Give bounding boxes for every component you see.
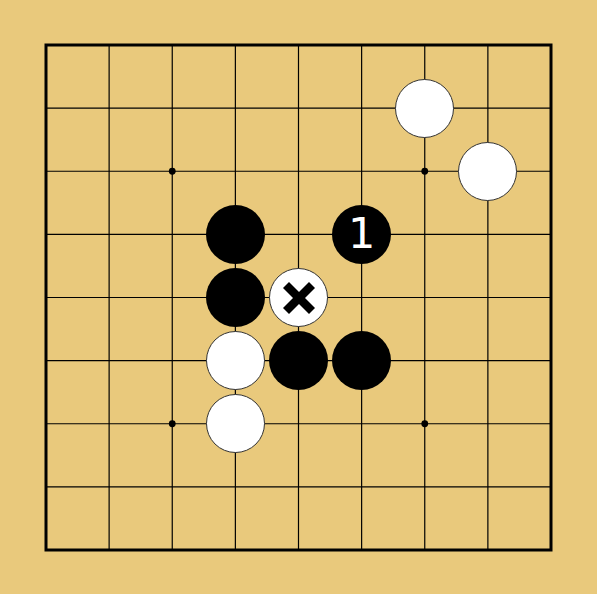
white-stone-x-marked[interactable] [269, 268, 328, 327]
black-stone-move-1[interactable]: 1 [332, 205, 391, 264]
move-number-label: 1 [348, 212, 375, 255]
white-stone[interactable] [395, 79, 454, 138]
go-diagram: 1 [0, 0, 597, 594]
black-stone[interactable] [332, 331, 391, 390]
white-stone[interactable] [206, 331, 265, 390]
black-stone[interactable] [206, 268, 265, 327]
black-stone[interactable] [269, 331, 328, 390]
white-stone[interactable] [458, 142, 517, 201]
black-stone[interactable] [206, 205, 265, 264]
x-marker-icon [281, 280, 317, 316]
white-stone[interactable] [206, 394, 265, 453]
stones-grid: 1 [14, 13, 582, 581]
